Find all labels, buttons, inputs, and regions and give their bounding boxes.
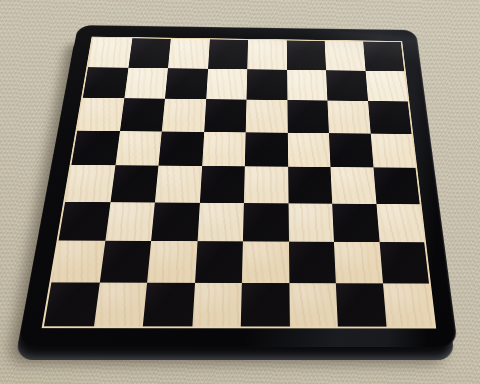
square-f4[interactable] bbox=[288, 167, 332, 204]
square-c5[interactable] bbox=[158, 131, 203, 166]
square-b3[interactable] bbox=[105, 202, 155, 241]
square-d8[interactable] bbox=[208, 39, 248, 69]
square-g1[interactable] bbox=[336, 283, 386, 327]
square-b6[interactable] bbox=[120, 98, 165, 131]
square-h1[interactable] bbox=[382, 283, 434, 327]
square-c4[interactable] bbox=[155, 166, 202, 203]
square-a2[interactable] bbox=[51, 240, 104, 282]
photo-scene bbox=[0, 0, 480, 384]
square-h8[interactable] bbox=[363, 42, 404, 71]
square-h2[interactable] bbox=[379, 242, 429, 283]
square-d5[interactable] bbox=[202, 132, 246, 167]
square-b8[interactable] bbox=[128, 38, 171, 68]
square-b2[interactable] bbox=[99, 241, 151, 283]
square-c6[interactable] bbox=[162, 99, 206, 132]
square-g6[interactable] bbox=[327, 101, 370, 134]
square-e1[interactable] bbox=[241, 283, 290, 327]
square-h3[interactable] bbox=[376, 204, 424, 243]
square-d7[interactable] bbox=[206, 68, 247, 99]
square-e6[interactable] bbox=[246, 100, 288, 133]
square-a4[interactable] bbox=[65, 165, 115, 202]
square-f6[interactable] bbox=[287, 100, 329, 133]
square-f5[interactable] bbox=[287, 132, 330, 167]
square-b4[interactable] bbox=[110, 165, 158, 202]
square-a8[interactable] bbox=[88, 38, 132, 68]
square-g4[interactable] bbox=[330, 167, 376, 204]
square-f7[interactable] bbox=[287, 69, 328, 100]
square-g2[interactable] bbox=[334, 242, 383, 283]
square-d2[interactable] bbox=[195, 241, 243, 282]
square-h6[interactable] bbox=[368, 101, 412, 134]
square-g7[interactable] bbox=[326, 70, 368, 101]
square-g3[interactable] bbox=[332, 203, 379, 242]
square-c7[interactable] bbox=[165, 68, 208, 99]
square-f1[interactable] bbox=[289, 283, 338, 327]
square-e4[interactable] bbox=[244, 166, 288, 203]
square-g8[interactable] bbox=[325, 41, 365, 70]
chessboard bbox=[18, 25, 458, 347]
square-c8[interactable] bbox=[168, 39, 210, 69]
square-a1[interactable] bbox=[44, 282, 99, 326]
square-a6[interactable] bbox=[77, 98, 124, 131]
square-d1[interactable] bbox=[192, 282, 242, 326]
square-d4[interactable] bbox=[199, 166, 244, 203]
square-e7[interactable] bbox=[246, 69, 287, 100]
playfield bbox=[42, 37, 437, 329]
square-d6[interactable] bbox=[204, 99, 247, 132]
square-h4[interactable] bbox=[373, 167, 420, 203]
square-c3[interactable] bbox=[151, 202, 199, 241]
square-e3[interactable] bbox=[243, 203, 289, 242]
square-a7[interactable] bbox=[83, 67, 128, 98]
square-e2[interactable] bbox=[242, 241, 289, 282]
square-b5[interactable] bbox=[115, 131, 162, 166]
square-b7[interactable] bbox=[124, 67, 168, 98]
square-h7[interactable] bbox=[365, 70, 408, 101]
square-h5[interactable] bbox=[370, 133, 415, 167]
square-f3[interactable] bbox=[288, 203, 334, 242]
square-a3[interactable] bbox=[59, 202, 111, 241]
square-f8[interactable] bbox=[286, 40, 326, 70]
square-c2[interactable] bbox=[147, 241, 197, 282]
square-c1[interactable] bbox=[143, 282, 195, 326]
square-f2[interactable] bbox=[289, 242, 336, 283]
square-b1[interactable] bbox=[93, 282, 147, 326]
square-e8[interactable] bbox=[247, 40, 286, 70]
square-a5[interactable] bbox=[71, 130, 119, 165]
square-e5[interactable] bbox=[245, 132, 288, 167]
square-d3[interactable] bbox=[197, 202, 244, 241]
square-g5[interactable] bbox=[329, 133, 373, 168]
